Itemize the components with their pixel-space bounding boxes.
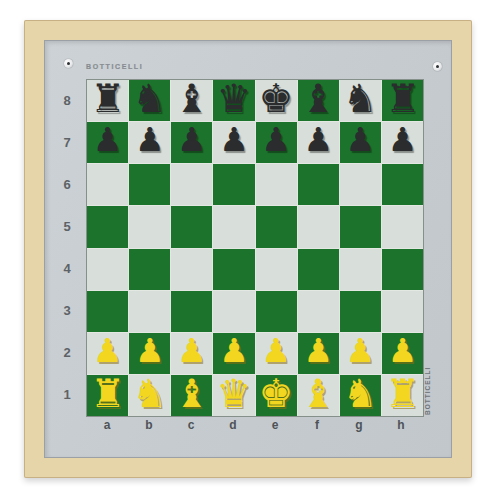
square-c6[interactable] xyxy=(171,164,212,205)
square-b6[interactable] xyxy=(129,164,170,205)
square-e8[interactable]: ♚ xyxy=(256,80,297,121)
square-b5[interactable] xyxy=(129,206,170,247)
piece-white-pawn[interactable]: ♟ xyxy=(346,334,376,367)
square-e4[interactable] xyxy=(256,249,297,290)
square-g5[interactable] xyxy=(340,206,381,247)
square-b3[interactable] xyxy=(129,291,170,332)
piece-white-knight[interactable]: ♞ xyxy=(132,374,167,413)
piece-black-rook[interactable]: ♜ xyxy=(385,79,420,118)
piece-white-pawn[interactable]: ♟ xyxy=(303,334,333,367)
square-g2[interactable]: ♟ xyxy=(340,333,381,374)
square-h7[interactable]: ♟ xyxy=(382,122,423,163)
piece-white-queen[interactable]: ♛ xyxy=(216,374,251,413)
square-c8[interactable]: ♝ xyxy=(171,80,212,121)
square-g1[interactable]: ♞ xyxy=(340,375,381,416)
rank-label-5: 5 xyxy=(51,205,83,247)
piece-black-pawn[interactable]: ♟ xyxy=(93,123,123,156)
square-h2[interactable]: ♟ xyxy=(382,333,423,374)
square-b7[interactable]: ♟ xyxy=(129,122,170,163)
square-g6[interactable] xyxy=(340,164,381,205)
file-label-f: f xyxy=(296,418,338,434)
piece-black-pawn[interactable]: ♟ xyxy=(177,123,207,156)
square-h3[interactable] xyxy=(382,291,423,332)
square-e5[interactable] xyxy=(256,206,297,247)
square-a8[interactable]: ♜ xyxy=(87,80,128,121)
square-d5[interactable] xyxy=(213,206,254,247)
square-d8[interactable]: ♛ xyxy=(213,80,254,121)
file-label-g: g xyxy=(338,418,380,434)
piece-white-bishop[interactable]: ♝ xyxy=(301,374,336,413)
piece-white-pawn[interactable]: ♟ xyxy=(135,334,165,367)
square-e1[interactable]: ♚ xyxy=(256,375,297,416)
rank-label-4: 4 xyxy=(51,247,83,289)
rank-label-6: 6 xyxy=(51,163,83,205)
square-c7[interactable]: ♟ xyxy=(171,122,212,163)
file-label-d: d xyxy=(212,418,254,434)
square-h6[interactable] xyxy=(382,164,423,205)
piece-white-pawn[interactable]: ♟ xyxy=(388,334,418,367)
square-a1[interactable]: ♜ xyxy=(87,375,128,416)
file-label-b: b xyxy=(128,418,170,434)
square-e6[interactable] xyxy=(256,164,297,205)
square-d1[interactable]: ♛ xyxy=(213,375,254,416)
rank-label-3: 3 xyxy=(51,289,83,331)
square-f3[interactable] xyxy=(298,291,339,332)
piece-black-rook[interactable]: ♜ xyxy=(90,79,125,118)
piece-white-pawn[interactable]: ♟ xyxy=(261,334,291,367)
square-f2[interactable]: ♟ xyxy=(298,333,339,374)
square-h1[interactable]: ♜ xyxy=(382,375,423,416)
square-d4[interactable] xyxy=(213,249,254,290)
wooden-frame: BOTTICELLI 87654321 ♜♞♝♛♚♝♞♜♟♟♟♟♟♟♟♟♟♟♟♟… xyxy=(24,20,472,478)
rank-label-1: 1 xyxy=(51,373,83,415)
rank-label-8: 8 xyxy=(51,79,83,121)
square-f5[interactable] xyxy=(298,206,339,247)
screw-icon xyxy=(64,59,73,68)
square-g7[interactable]: ♟ xyxy=(340,122,381,163)
square-e3[interactable] xyxy=(256,291,297,332)
brand-logo-vertical: BOTTICELLI xyxy=(424,333,434,415)
square-e2[interactable]: ♟ xyxy=(256,333,297,374)
square-d6[interactable] xyxy=(213,164,254,205)
square-a6[interactable] xyxy=(87,164,128,205)
square-h5[interactable] xyxy=(382,206,423,247)
piece-white-bishop[interactable]: ♝ xyxy=(174,374,209,413)
piece-black-pawn[interactable]: ♟ xyxy=(135,123,165,156)
piece-black-knight[interactable]: ♞ xyxy=(343,79,378,118)
rank-label-7: 7 xyxy=(51,121,83,163)
square-b4[interactable] xyxy=(129,249,170,290)
piece-white-knight[interactable]: ♞ xyxy=(343,374,378,413)
square-a7[interactable]: ♟ xyxy=(87,122,128,163)
chess-board[interactable]: ♜♞♝♛♚♝♞♜♟♟♟♟♟♟♟♟♟♟♟♟♟♟♟♟♜♞♝♛♚♝♞♜ xyxy=(86,79,424,417)
square-h8[interactable]: ♜ xyxy=(382,80,423,121)
square-h4[interactable] xyxy=(382,249,423,290)
whiteboard-panel: BOTTICELLI 87654321 ♜♞♝♛♚♝♞♜♟♟♟♟♟♟♟♟♟♟♟♟… xyxy=(44,40,452,458)
square-d2[interactable]: ♟ xyxy=(213,333,254,374)
square-e7[interactable]: ♟ xyxy=(256,122,297,163)
piece-white-pawn[interactable]: ♟ xyxy=(177,334,207,367)
square-a2[interactable]: ♟ xyxy=(87,333,128,374)
piece-black-pawn[interactable]: ♟ xyxy=(219,123,249,156)
square-f6[interactable] xyxy=(298,164,339,205)
piece-white-pawn[interactable]: ♟ xyxy=(93,334,123,367)
piece-black-bishop[interactable]: ♝ xyxy=(301,79,336,118)
square-b1[interactable]: ♞ xyxy=(129,375,170,416)
square-g3[interactable] xyxy=(340,291,381,332)
square-c5[interactable] xyxy=(171,206,212,247)
square-a5[interactable] xyxy=(87,206,128,247)
piece-black-pawn[interactable]: ♟ xyxy=(388,123,418,156)
square-g8[interactable]: ♞ xyxy=(340,80,381,121)
piece-black-pawn[interactable]: ♟ xyxy=(346,123,376,156)
square-f7[interactable]: ♟ xyxy=(298,122,339,163)
square-f1[interactable]: ♝ xyxy=(298,375,339,416)
brand-logo: BOTTICELLI xyxy=(86,63,143,70)
rank-label-2: 2 xyxy=(51,331,83,373)
file-label-e: e xyxy=(254,418,296,434)
file-label-h: h xyxy=(380,418,422,434)
square-g4[interactable] xyxy=(340,249,381,290)
square-a3[interactable] xyxy=(87,291,128,332)
square-d7[interactable]: ♟ xyxy=(213,122,254,163)
square-f8[interactable]: ♝ xyxy=(298,80,339,121)
piece-black-queen[interactable]: ♛ xyxy=(216,79,251,118)
square-b2[interactable]: ♟ xyxy=(129,333,170,374)
piece-black-pawn[interactable]: ♟ xyxy=(261,123,291,156)
piece-black-king[interactable]: ♚ xyxy=(259,79,294,118)
square-c3[interactable] xyxy=(171,291,212,332)
square-b8[interactable]: ♞ xyxy=(129,80,170,121)
square-f4[interactable] xyxy=(298,249,339,290)
piece-black-bishop[interactable]: ♝ xyxy=(174,79,209,118)
piece-white-rook[interactable]: ♜ xyxy=(90,374,125,413)
piece-white-rook[interactable]: ♜ xyxy=(385,374,420,413)
file-labels: abcdefgh xyxy=(86,418,422,434)
piece-black-pawn[interactable]: ♟ xyxy=(303,123,333,156)
square-c1[interactable]: ♝ xyxy=(171,375,212,416)
square-d3[interactable] xyxy=(213,291,254,332)
square-c4[interactable] xyxy=(171,249,212,290)
square-a4[interactable] xyxy=(87,249,128,290)
rank-labels: 87654321 xyxy=(51,79,83,415)
screw-icon xyxy=(433,62,442,71)
piece-white-pawn[interactable]: ♟ xyxy=(219,334,249,367)
file-label-a: a xyxy=(86,418,128,434)
piece-white-king[interactable]: ♚ xyxy=(259,374,294,413)
piece-black-knight[interactable]: ♞ xyxy=(132,79,167,118)
square-c2[interactable]: ♟ xyxy=(171,333,212,374)
file-label-c: c xyxy=(170,418,212,434)
